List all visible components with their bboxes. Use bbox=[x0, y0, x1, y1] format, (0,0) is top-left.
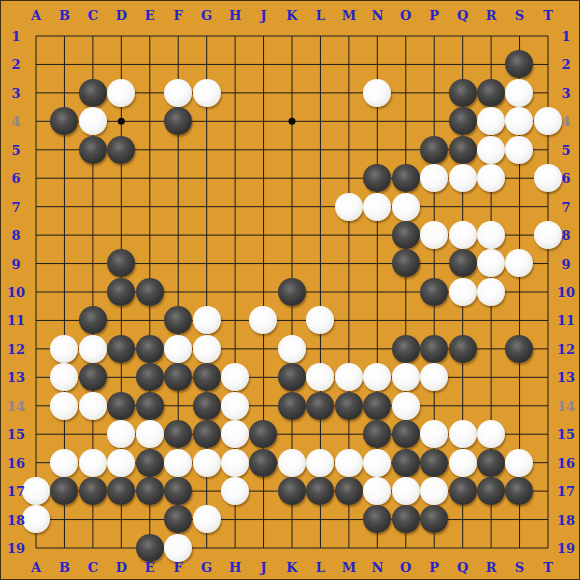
intersection-E1[interactable] bbox=[136, 22, 164, 50]
intersection-L14[interactable]: ● bbox=[306, 391, 334, 419]
intersection-E18[interactable] bbox=[136, 505, 164, 533]
intersection-S17[interactable]: ● bbox=[505, 477, 533, 505]
intersection-R1[interactable] bbox=[477, 22, 505, 50]
intersection-F10[interactable] bbox=[164, 278, 192, 306]
intersection-K2[interactable] bbox=[278, 50, 306, 78]
intersection-Q9[interactable]: ● bbox=[448, 249, 476, 277]
intersection-G7[interactable] bbox=[192, 192, 220, 220]
intersection-K9[interactable] bbox=[278, 249, 306, 277]
intersection-R5[interactable]: ○ bbox=[477, 136, 505, 164]
intersection-P15[interactable]: ○ bbox=[420, 420, 448, 448]
intersection-S11[interactable] bbox=[505, 306, 533, 334]
intersection-H13[interactable]: ○ bbox=[221, 363, 249, 391]
intersection-M8[interactable] bbox=[335, 221, 363, 249]
intersection-C8[interactable] bbox=[79, 221, 107, 249]
intersection-C2[interactable] bbox=[79, 50, 107, 78]
intersection-C16[interactable]: ○ bbox=[79, 448, 107, 476]
intersection-H17[interactable]: ○ bbox=[221, 477, 249, 505]
intersection-K16[interactable]: ○ bbox=[278, 448, 306, 476]
intersection-N5[interactable] bbox=[363, 136, 391, 164]
intersection-S8[interactable] bbox=[505, 221, 533, 249]
intersection-J12[interactable] bbox=[249, 335, 277, 363]
intersection-C5[interactable]: ● bbox=[79, 136, 107, 164]
intersection-E7[interactable] bbox=[136, 192, 164, 220]
intersection-Q1[interactable] bbox=[448, 22, 476, 50]
intersection-M10[interactable] bbox=[335, 278, 363, 306]
intersection-S18[interactable] bbox=[505, 505, 533, 533]
intersection-K4[interactable] bbox=[278, 107, 306, 135]
intersection-L5[interactable] bbox=[306, 136, 334, 164]
intersection-M11[interactable] bbox=[335, 306, 363, 334]
intersection-J2[interactable] bbox=[249, 50, 277, 78]
intersection-H4[interactable] bbox=[221, 107, 249, 135]
intersection-M15[interactable] bbox=[335, 420, 363, 448]
intersection-E15[interactable]: ○ bbox=[136, 420, 164, 448]
intersection-K14[interactable]: ● bbox=[278, 391, 306, 419]
intersection-Q17[interactable]: ● bbox=[448, 477, 476, 505]
intersection-F9[interactable] bbox=[164, 249, 192, 277]
intersection-D5[interactable]: ● bbox=[107, 136, 135, 164]
intersection-M6[interactable] bbox=[335, 164, 363, 192]
intersection-K6[interactable] bbox=[278, 164, 306, 192]
intersection-G6[interactable] bbox=[192, 164, 220, 192]
intersection-B15[interactable] bbox=[50, 420, 78, 448]
intersection-A14[interactable] bbox=[22, 391, 50, 419]
intersection-A18[interactable]: ○ bbox=[22, 505, 50, 533]
intersection-P18[interactable]: ● bbox=[420, 505, 448, 533]
intersection-B9[interactable] bbox=[50, 249, 78, 277]
intersection-G9[interactable] bbox=[192, 249, 220, 277]
intersection-T6[interactable]: ○ bbox=[534, 164, 562, 192]
intersection-D14[interactable]: ● bbox=[107, 391, 135, 419]
intersection-K12[interactable]: ○ bbox=[278, 335, 306, 363]
intersection-R12[interactable] bbox=[477, 335, 505, 363]
intersection-K8[interactable] bbox=[278, 221, 306, 249]
intersection-P6[interactable]: ○ bbox=[420, 164, 448, 192]
intersection-L15[interactable] bbox=[306, 420, 334, 448]
intersection-F15[interactable]: ● bbox=[164, 420, 192, 448]
intersection-C6[interactable] bbox=[79, 164, 107, 192]
intersection-O17[interactable]: ○ bbox=[391, 477, 419, 505]
intersection-N8[interactable] bbox=[363, 221, 391, 249]
intersection-D10[interactable]: ● bbox=[107, 278, 135, 306]
intersection-E19[interactable]: ● bbox=[136, 534, 164, 562]
intersection-S12[interactable]: ● bbox=[505, 335, 533, 363]
intersection-Q11[interactable] bbox=[448, 306, 476, 334]
intersection-G17[interactable] bbox=[192, 477, 220, 505]
intersection-J19[interactable] bbox=[249, 534, 277, 562]
intersection-A11[interactable] bbox=[22, 306, 50, 334]
intersection-T4[interactable]: ○ bbox=[534, 107, 562, 135]
intersection-J7[interactable] bbox=[249, 192, 277, 220]
intersection-E12[interactable]: ● bbox=[136, 335, 164, 363]
intersection-L8[interactable] bbox=[306, 221, 334, 249]
intersection-P5[interactable]: ● bbox=[420, 136, 448, 164]
intersection-B10[interactable] bbox=[50, 278, 78, 306]
intersection-G19[interactable] bbox=[192, 534, 220, 562]
intersection-M17[interactable]: ● bbox=[335, 477, 363, 505]
intersection-N12[interactable] bbox=[363, 335, 391, 363]
intersection-Q15[interactable]: ○ bbox=[448, 420, 476, 448]
intersection-G12[interactable]: ○ bbox=[192, 335, 220, 363]
intersection-E2[interactable] bbox=[136, 50, 164, 78]
intersection-N18[interactable]: ● bbox=[363, 505, 391, 533]
intersection-A8[interactable] bbox=[22, 221, 50, 249]
intersection-L10[interactable] bbox=[306, 278, 334, 306]
intersection-F7[interactable] bbox=[164, 192, 192, 220]
intersection-Q14[interactable] bbox=[448, 391, 476, 419]
intersection-S6[interactable] bbox=[505, 164, 533, 192]
intersection-N10[interactable] bbox=[363, 278, 391, 306]
intersection-R4[interactable]: ○ bbox=[477, 107, 505, 135]
intersection-J4[interactable] bbox=[249, 107, 277, 135]
intersection-C14[interactable]: ○ bbox=[79, 391, 107, 419]
intersection-F4[interactable]: ● bbox=[164, 107, 192, 135]
intersection-B12[interactable]: ○ bbox=[50, 335, 78, 363]
intersection-A9[interactable] bbox=[22, 249, 50, 277]
intersection-R18[interactable] bbox=[477, 505, 505, 533]
intersection-F18[interactable]: ● bbox=[164, 505, 192, 533]
intersection-F2[interactable] bbox=[164, 50, 192, 78]
intersection-J13[interactable] bbox=[249, 363, 277, 391]
intersection-C7[interactable] bbox=[79, 192, 107, 220]
intersection-O5[interactable] bbox=[391, 136, 419, 164]
intersection-S10[interactable] bbox=[505, 278, 533, 306]
intersection-D2[interactable] bbox=[107, 50, 135, 78]
intersection-G15[interactable]: ● bbox=[192, 420, 220, 448]
intersection-Q7[interactable] bbox=[448, 192, 476, 220]
intersection-L3[interactable] bbox=[306, 79, 334, 107]
intersection-A7[interactable] bbox=[22, 192, 50, 220]
intersection-A16[interactable] bbox=[22, 448, 50, 476]
intersection-Q16[interactable]: ○ bbox=[448, 448, 476, 476]
intersection-B7[interactable] bbox=[50, 192, 78, 220]
intersection-E13[interactable]: ● bbox=[136, 363, 164, 391]
intersection-L2[interactable] bbox=[306, 50, 334, 78]
intersection-O7[interactable]: ○ bbox=[391, 192, 419, 220]
intersection-E4[interactable] bbox=[136, 107, 164, 135]
intersection-P4[interactable] bbox=[420, 107, 448, 135]
intersection-J17[interactable] bbox=[249, 477, 277, 505]
intersection-J10[interactable] bbox=[249, 278, 277, 306]
intersection-B2[interactable] bbox=[50, 50, 78, 78]
intersection-Q2[interactable] bbox=[448, 50, 476, 78]
intersection-K18[interactable] bbox=[278, 505, 306, 533]
intersection-L9[interactable] bbox=[306, 249, 334, 277]
intersection-T1[interactable] bbox=[534, 22, 562, 50]
intersection-L17[interactable]: ● bbox=[306, 477, 334, 505]
intersection-H10[interactable] bbox=[221, 278, 249, 306]
intersection-O9[interactable]: ● bbox=[391, 249, 419, 277]
intersection-R17[interactable]: ● bbox=[477, 477, 505, 505]
intersection-F6[interactable] bbox=[164, 164, 192, 192]
intersection-C15[interactable] bbox=[79, 420, 107, 448]
intersection-D6[interactable] bbox=[107, 164, 135, 192]
intersection-C9[interactable] bbox=[79, 249, 107, 277]
intersection-L18[interactable] bbox=[306, 505, 334, 533]
intersection-D12[interactable]: ● bbox=[107, 335, 135, 363]
intersection-D17[interactable]: ● bbox=[107, 477, 135, 505]
intersection-L11[interactable]: ○ bbox=[306, 306, 334, 334]
intersection-O4[interactable] bbox=[391, 107, 419, 135]
intersection-D4[interactable] bbox=[107, 107, 135, 135]
intersection-O15[interactable]: ● bbox=[391, 420, 419, 448]
intersection-B4[interactable]: ● bbox=[50, 107, 78, 135]
intersection-P8[interactable]: ○ bbox=[420, 221, 448, 249]
intersection-S13[interactable] bbox=[505, 363, 533, 391]
intersection-C13[interactable]: ● bbox=[79, 363, 107, 391]
intersection-K3[interactable] bbox=[278, 79, 306, 107]
intersection-N1[interactable] bbox=[363, 22, 391, 50]
intersection-D1[interactable] bbox=[107, 22, 135, 50]
intersection-R9[interactable]: ○ bbox=[477, 249, 505, 277]
intersection-P19[interactable] bbox=[420, 534, 448, 562]
intersection-J5[interactable] bbox=[249, 136, 277, 164]
intersection-K10[interactable]: ● bbox=[278, 278, 306, 306]
intersection-M7[interactable]: ○ bbox=[335, 192, 363, 220]
intersection-P11[interactable] bbox=[420, 306, 448, 334]
intersection-C17[interactable]: ● bbox=[79, 477, 107, 505]
intersection-H14[interactable]: ○ bbox=[221, 391, 249, 419]
intersection-A6[interactable] bbox=[22, 164, 50, 192]
intersection-B18[interactable] bbox=[50, 505, 78, 533]
intersection-Q4[interactable]: ● bbox=[448, 107, 476, 135]
intersection-C4[interactable]: ○ bbox=[79, 107, 107, 135]
intersection-G5[interactable] bbox=[192, 136, 220, 164]
intersection-D15[interactable]: ○ bbox=[107, 420, 135, 448]
intersection-S9[interactable]: ○ bbox=[505, 249, 533, 277]
intersection-H2[interactable] bbox=[221, 50, 249, 78]
intersection-S1[interactable] bbox=[505, 22, 533, 50]
intersection-F1[interactable] bbox=[164, 22, 192, 50]
intersection-H12[interactable] bbox=[221, 335, 249, 363]
intersection-M2[interactable] bbox=[335, 50, 363, 78]
intersection-G4[interactable] bbox=[192, 107, 220, 135]
intersection-K5[interactable] bbox=[278, 136, 306, 164]
intersection-G8[interactable] bbox=[192, 221, 220, 249]
intersection-T8[interactable]: ○ bbox=[534, 221, 562, 249]
intersection-M13[interactable]: ○ bbox=[335, 363, 363, 391]
intersection-A15[interactable] bbox=[22, 420, 50, 448]
intersection-N6[interactable]: ● bbox=[363, 164, 391, 192]
intersection-R16[interactable]: ● bbox=[477, 448, 505, 476]
intersection-H5[interactable] bbox=[221, 136, 249, 164]
intersection-S5[interactable]: ○ bbox=[505, 136, 533, 164]
intersection-E3[interactable] bbox=[136, 79, 164, 107]
intersection-K17[interactable]: ● bbox=[278, 477, 306, 505]
intersection-P10[interactable]: ● bbox=[420, 278, 448, 306]
intersection-G16[interactable]: ○ bbox=[192, 448, 220, 476]
intersection-Q5[interactable]: ● bbox=[448, 136, 476, 164]
intersection-B13[interactable]: ○ bbox=[50, 363, 78, 391]
intersection-T7[interactable] bbox=[534, 192, 562, 220]
intersection-R13[interactable] bbox=[477, 363, 505, 391]
intersection-R2[interactable] bbox=[477, 50, 505, 78]
intersection-L1[interactable] bbox=[306, 22, 334, 50]
intersection-L7[interactable] bbox=[306, 192, 334, 220]
intersection-R10[interactable]: ○ bbox=[477, 278, 505, 306]
intersection-G11[interactable]: ○ bbox=[192, 306, 220, 334]
intersection-D18[interactable] bbox=[107, 505, 135, 533]
intersection-F5[interactable] bbox=[164, 136, 192, 164]
intersection-T9[interactable] bbox=[534, 249, 562, 277]
intersection-B11[interactable] bbox=[50, 306, 78, 334]
intersection-M12[interactable] bbox=[335, 335, 363, 363]
intersection-N4[interactable] bbox=[363, 107, 391, 135]
intersection-L4[interactable] bbox=[306, 107, 334, 135]
intersection-D3[interactable]: ○ bbox=[107, 79, 135, 107]
intersection-A17[interactable]: ○ bbox=[22, 477, 50, 505]
intersection-J6[interactable] bbox=[249, 164, 277, 192]
intersection-D9[interactable]: ● bbox=[107, 249, 135, 277]
intersection-B19[interactable] bbox=[50, 534, 78, 562]
intersection-O1[interactable] bbox=[391, 22, 419, 50]
intersection-A12[interactable] bbox=[22, 335, 50, 363]
intersection-E6[interactable] bbox=[136, 164, 164, 192]
intersection-R11[interactable] bbox=[477, 306, 505, 334]
intersection-D16[interactable]: ○ bbox=[107, 448, 135, 476]
intersection-C18[interactable] bbox=[79, 505, 107, 533]
intersection-C1[interactable] bbox=[79, 22, 107, 50]
intersection-D13[interactable] bbox=[107, 363, 135, 391]
intersection-N19[interactable] bbox=[363, 534, 391, 562]
intersection-A2[interactable] bbox=[22, 50, 50, 78]
intersection-N9[interactable] bbox=[363, 249, 391, 277]
intersection-Q13[interactable] bbox=[448, 363, 476, 391]
intersection-G2[interactable] bbox=[192, 50, 220, 78]
intersection-F19[interactable]: ○ bbox=[164, 534, 192, 562]
intersection-E11[interactable] bbox=[136, 306, 164, 334]
intersection-F16[interactable]: ○ bbox=[164, 448, 192, 476]
intersection-O14[interactable]: ○ bbox=[391, 391, 419, 419]
intersection-T3[interactable] bbox=[534, 79, 562, 107]
intersection-M1[interactable] bbox=[335, 22, 363, 50]
intersection-S15[interactable] bbox=[505, 420, 533, 448]
intersection-M5[interactable] bbox=[335, 136, 363, 164]
intersection-L12[interactable] bbox=[306, 335, 334, 363]
intersection-A3[interactable] bbox=[22, 79, 50, 107]
intersection-H1[interactable] bbox=[221, 22, 249, 50]
intersection-R8[interactable]: ○ bbox=[477, 221, 505, 249]
intersection-P3[interactable] bbox=[420, 79, 448, 107]
intersection-T2[interactable] bbox=[534, 50, 562, 78]
intersection-E8[interactable] bbox=[136, 221, 164, 249]
intersection-O6[interactable]: ● bbox=[391, 164, 419, 192]
intersection-P2[interactable] bbox=[420, 50, 448, 78]
intersection-N17[interactable]: ○ bbox=[363, 477, 391, 505]
intersection-N14[interactable]: ● bbox=[363, 391, 391, 419]
intersection-M16[interactable]: ○ bbox=[335, 448, 363, 476]
intersection-P9[interactable] bbox=[420, 249, 448, 277]
intersection-S14[interactable] bbox=[505, 391, 533, 419]
intersection-N13[interactable]: ○ bbox=[363, 363, 391, 391]
intersection-O10[interactable] bbox=[391, 278, 419, 306]
intersection-Q8[interactable]: ○ bbox=[448, 221, 476, 249]
intersection-H9[interactable] bbox=[221, 249, 249, 277]
intersection-J14[interactable] bbox=[249, 391, 277, 419]
intersection-G1[interactable] bbox=[192, 22, 220, 50]
intersection-F17[interactable]: ● bbox=[164, 477, 192, 505]
intersection-R14[interactable] bbox=[477, 391, 505, 419]
intersection-O11[interactable] bbox=[391, 306, 419, 334]
intersection-L6[interactable] bbox=[306, 164, 334, 192]
intersection-K13[interactable]: ● bbox=[278, 363, 306, 391]
intersection-P13[interactable]: ○ bbox=[420, 363, 448, 391]
intersection-H6[interactable] bbox=[221, 164, 249, 192]
intersection-G10[interactable] bbox=[192, 278, 220, 306]
intersection-J18[interactable] bbox=[249, 505, 277, 533]
intersection-J3[interactable] bbox=[249, 79, 277, 107]
intersection-B6[interactable] bbox=[50, 164, 78, 192]
intersection-E9[interactable] bbox=[136, 249, 164, 277]
intersection-F11[interactable]: ● bbox=[164, 306, 192, 334]
intersection-C3[interactable]: ● bbox=[79, 79, 107, 107]
intersection-H3[interactable] bbox=[221, 79, 249, 107]
intersection-B14[interactable]: ○ bbox=[50, 391, 78, 419]
intersection-L13[interactable]: ○ bbox=[306, 363, 334, 391]
intersection-Q12[interactable]: ● bbox=[448, 335, 476, 363]
intersection-B16[interactable]: ○ bbox=[50, 448, 78, 476]
intersection-H7[interactable] bbox=[221, 192, 249, 220]
intersection-M9[interactable] bbox=[335, 249, 363, 277]
intersection-K7[interactable] bbox=[278, 192, 306, 220]
intersection-P7[interactable] bbox=[420, 192, 448, 220]
intersection-J9[interactable] bbox=[249, 249, 277, 277]
intersection-R15[interactable]: ○ bbox=[477, 420, 505, 448]
intersection-O8[interactable]: ● bbox=[391, 221, 419, 249]
intersection-F12[interactable]: ○ bbox=[164, 335, 192, 363]
intersection-T5[interactable] bbox=[534, 136, 562, 164]
intersection-C11[interactable]: ● bbox=[79, 306, 107, 334]
intersection-J15[interactable]: ● bbox=[249, 420, 277, 448]
intersection-S19[interactable] bbox=[505, 534, 533, 562]
intersection-R3[interactable]: ● bbox=[477, 79, 505, 107]
intersection-H11[interactable] bbox=[221, 306, 249, 334]
intersection-A10[interactable] bbox=[22, 278, 50, 306]
intersection-H16[interactable]: ○ bbox=[221, 448, 249, 476]
intersection-M4[interactable] bbox=[335, 107, 363, 135]
intersection-L16[interactable]: ○ bbox=[306, 448, 334, 476]
intersection-K19[interactable] bbox=[278, 534, 306, 562]
intersection-G3[interactable]: ○ bbox=[192, 79, 220, 107]
intersection-N7[interactable]: ○ bbox=[363, 192, 391, 220]
intersection-E5[interactable] bbox=[136, 136, 164, 164]
intersection-F3[interactable]: ○ bbox=[164, 79, 192, 107]
intersection-G13[interactable]: ● bbox=[192, 363, 220, 391]
intersection-O2[interactable] bbox=[391, 50, 419, 78]
intersection-C10[interactable] bbox=[79, 278, 107, 306]
intersection-S16[interactable]: ○ bbox=[505, 448, 533, 476]
intersection-C19[interactable] bbox=[79, 534, 107, 562]
intersection-E10[interactable]: ● bbox=[136, 278, 164, 306]
intersection-R7[interactable] bbox=[477, 192, 505, 220]
intersection-J8[interactable] bbox=[249, 221, 277, 249]
intersection-D8[interactable] bbox=[107, 221, 135, 249]
intersection-R6[interactable]: ○ bbox=[477, 164, 505, 192]
intersection-K15[interactable] bbox=[278, 420, 306, 448]
intersection-J11[interactable]: ○ bbox=[249, 306, 277, 334]
intersection-O13[interactable]: ○ bbox=[391, 363, 419, 391]
intersection-O12[interactable]: ● bbox=[391, 335, 419, 363]
intersection-S3[interactable]: ○ bbox=[505, 79, 533, 107]
intersection-M19[interactable] bbox=[335, 534, 363, 562]
intersection-O16[interactable]: ● bbox=[391, 448, 419, 476]
intersection-G18[interactable]: ○ bbox=[192, 505, 220, 533]
intersection-D7[interactable] bbox=[107, 192, 135, 220]
intersection-E14[interactable]: ● bbox=[136, 391, 164, 419]
intersection-N16[interactable]: ○ bbox=[363, 448, 391, 476]
intersection-P16[interactable]: ● bbox=[420, 448, 448, 476]
